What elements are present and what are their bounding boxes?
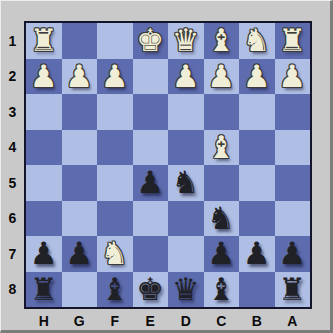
rank-label-3: 3 (1, 94, 24, 130)
square-e3[interactable] (133, 94, 169, 130)
white-queen[interactable]: ♛ (168, 23, 204, 59)
square-b8[interactable] (239, 272, 275, 308)
square-g2[interactable]: ♟ (62, 59, 98, 95)
black-knight[interactable]: ♞ (204, 201, 240, 237)
white-rook[interactable]: ♜ (26, 23, 62, 59)
square-a8[interactable]: ♜ (275, 272, 311, 308)
rank-label-2: 2 (1, 59, 24, 95)
rank-label-4: 4 (1, 130, 24, 166)
square-d2[interactable]: ♟ (168, 59, 204, 95)
square-e7[interactable] (133, 236, 169, 272)
white-bishop[interactable]: ♝ (204, 130, 240, 166)
square-f7[interactable]: ♞ (97, 236, 133, 272)
square-f2[interactable]: ♟ (97, 59, 133, 95)
square-h3[interactable] (26, 94, 62, 130)
black-pawn[interactable]: ♟ (62, 236, 98, 272)
white-bishop[interactable]: ♝ (204, 23, 240, 59)
black-rook[interactable]: ♜ (26, 272, 62, 308)
square-b5[interactable] (239, 165, 275, 201)
file-labels: HGFEDCBA (26, 311, 310, 331)
square-b1[interactable]: ♞ (239, 23, 275, 59)
square-a3[interactable] (275, 94, 311, 130)
square-a5[interactable] (275, 165, 311, 201)
square-c6[interactable]: ♞ (204, 201, 240, 237)
black-rook[interactable]: ♜ (275, 272, 311, 308)
white-king[interactable]: ♚ (133, 23, 169, 59)
square-b3[interactable] (239, 94, 275, 130)
white-pawn[interactable]: ♟ (26, 59, 62, 95)
file-label-g: G (62, 311, 98, 331)
square-d6[interactable] (168, 201, 204, 237)
white-knight[interactable]: ♞ (239, 23, 275, 59)
square-c3[interactable] (204, 94, 240, 130)
square-f4[interactable] (97, 130, 133, 166)
square-c4[interactable]: ♝ (204, 130, 240, 166)
square-b7[interactable]: ♟ (239, 236, 275, 272)
white-pawn[interactable]: ♟ (168, 59, 204, 95)
white-pawn[interactable]: ♟ (97, 59, 133, 95)
white-pawn[interactable]: ♟ (204, 59, 240, 95)
chess-board[interactable]: ♜♚♛♝♞♜♟♟♟♟♟♟♟♝♟♞♞♟♟♞♟♟♟♜♝♚♛♝♜ (24, 21, 312, 309)
black-knight[interactable]: ♞ (168, 165, 204, 201)
white-pawn[interactable]: ♟ (239, 59, 275, 95)
square-g8[interactable] (62, 272, 98, 308)
rank-label-5: 5 (1, 165, 24, 201)
white-pawn[interactable]: ♟ (62, 59, 98, 95)
square-g7[interactable]: ♟ (62, 236, 98, 272)
square-d7[interactable] (168, 236, 204, 272)
square-c8[interactable]: ♝ (204, 272, 240, 308)
file-label-b: B (239, 311, 275, 331)
square-h4[interactable] (26, 130, 62, 166)
square-f3[interactable] (97, 94, 133, 130)
square-c7[interactable]: ♟ (204, 236, 240, 272)
rank-label-1: 1 (1, 23, 24, 59)
square-g6[interactable] (62, 201, 98, 237)
square-a6[interactable] (275, 201, 311, 237)
square-e6[interactable] (133, 201, 169, 237)
square-h8[interactable]: ♜ (26, 272, 62, 308)
square-b2[interactable]: ♟ (239, 59, 275, 95)
square-d5[interactable]: ♞ (168, 165, 204, 201)
rank-label-8: 8 (1, 272, 24, 308)
square-d1[interactable]: ♛ (168, 23, 204, 59)
square-a2[interactable]: ♟ (275, 59, 311, 95)
square-a7[interactable]: ♟ (275, 236, 311, 272)
black-bishop[interactable]: ♝ (204, 272, 240, 308)
square-g1[interactable] (62, 23, 98, 59)
white-knight[interactable]: ♞ (97, 236, 133, 272)
square-d4[interactable] (168, 130, 204, 166)
white-pawn[interactable]: ♟ (275, 59, 311, 95)
black-pawn[interactable]: ♟ (204, 236, 240, 272)
square-g4[interactable] (62, 130, 98, 166)
square-b4[interactable] (239, 130, 275, 166)
square-e1[interactable]: ♚ (133, 23, 169, 59)
square-c2[interactable]: ♟ (204, 59, 240, 95)
square-d3[interactable] (168, 94, 204, 130)
black-pawn[interactable]: ♟ (275, 236, 311, 272)
black-pawn[interactable]: ♟ (239, 236, 275, 272)
square-d8[interactable]: ♛ (168, 272, 204, 308)
black-queen[interactable]: ♛ (168, 272, 204, 308)
file-label-d: D (168, 311, 204, 331)
black-pawn[interactable]: ♟ (26, 236, 62, 272)
square-e2[interactable] (133, 59, 169, 95)
file-label-e: E (133, 311, 169, 331)
square-f5[interactable] (97, 165, 133, 201)
square-a1[interactable]: ♜ (275, 23, 311, 59)
square-g3[interactable] (62, 94, 98, 130)
file-label-f: F (97, 311, 133, 331)
square-f1[interactable] (97, 23, 133, 59)
black-king[interactable]: ♚ (133, 272, 169, 308)
square-c5[interactable] (204, 165, 240, 201)
black-bishop[interactable]: ♝ (97, 272, 133, 308)
black-pawn[interactable]: ♟ (133, 165, 169, 201)
file-label-h: H (26, 311, 62, 331)
square-c1[interactable]: ♝ (204, 23, 240, 59)
rank-labels: 12345678 (1, 23, 24, 307)
square-a4[interactable] (275, 130, 311, 166)
square-f8[interactable]: ♝ (97, 272, 133, 308)
square-h5[interactable] (26, 165, 62, 201)
square-e8[interactable]: ♚ (133, 272, 169, 308)
square-b6[interactable] (239, 201, 275, 237)
white-rook[interactable]: ♜ (275, 23, 311, 59)
rank-label-7: 7 (1, 236, 24, 272)
square-h2[interactable]: ♟ (26, 59, 62, 95)
square-h7[interactable]: ♟ (26, 236, 62, 272)
square-e4[interactable] (133, 130, 169, 166)
board-frame: 12345678 ♜♚♛♝♞♜♟♟♟♟♟♟♟♝♟♞♞♟♟♞♟♟♟♜♝♚♛♝♜ H… (0, 0, 333, 333)
square-e5[interactable]: ♟ (133, 165, 169, 201)
square-f6[interactable] (97, 201, 133, 237)
rank-label-6: 6 (1, 201, 24, 237)
square-h1[interactable]: ♜ (26, 23, 62, 59)
square-h6[interactable] (26, 201, 62, 237)
file-label-a: A (275, 311, 311, 331)
square-g5[interactable] (62, 165, 98, 201)
file-label-c: C (204, 311, 240, 331)
